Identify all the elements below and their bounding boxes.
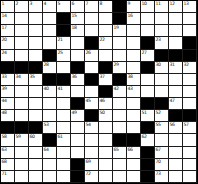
cell-r9c2[interactable] xyxy=(15,98,29,110)
clue-number: 11 xyxy=(156,1,161,6)
clue-number: 22 xyxy=(100,37,105,42)
clue-number: 27 xyxy=(142,50,147,55)
cell-r7c11[interactable] xyxy=(141,74,155,86)
cell-r1c11[interactable]: 10 xyxy=(141,1,155,13)
clue-number: 53 xyxy=(44,122,49,127)
cell-r8c3[interactable] xyxy=(29,86,43,98)
cell-r14c13[interactable] xyxy=(169,159,183,171)
cell-r13c10[interactable]: 66 xyxy=(127,147,141,159)
cell-r13c14[interactable] xyxy=(183,147,197,159)
cell-r10c1[interactable]: 48 xyxy=(1,110,15,122)
cell-r14c5[interactable] xyxy=(57,159,71,171)
black-cell-r2c5 xyxy=(57,13,71,25)
clue-number: 62 xyxy=(142,134,147,139)
black-cell-r9c11 xyxy=(141,98,155,110)
cell-r13c8[interactable] xyxy=(99,147,113,159)
black-cell-r10c13 xyxy=(169,110,183,122)
clue-number: 3 xyxy=(30,1,33,6)
cell-r13c5[interactable] xyxy=(57,147,71,159)
cell-r2c11[interactable] xyxy=(141,13,155,25)
clue-number: 20 xyxy=(2,37,7,42)
black-cell-r1c9 xyxy=(113,1,127,13)
cell-r3c9[interactable]: 19 xyxy=(113,25,127,37)
cell-r15c8[interactable] xyxy=(99,171,113,183)
cell-r6c5[interactable] xyxy=(57,62,71,74)
clue-number: 61 xyxy=(58,134,63,139)
black-cell-r2c9 xyxy=(113,13,127,25)
cell-r15c9[interactable] xyxy=(113,171,127,183)
black-cell-r11c1 xyxy=(1,122,15,134)
cell-r9c4[interactable] xyxy=(43,98,57,110)
clue-number: 6 xyxy=(72,1,75,6)
cell-r4c1[interactable]: 20 xyxy=(1,37,15,49)
cell-r9c8[interactable]: 46 xyxy=(99,98,113,110)
cell-r8c1[interactable]: 39 xyxy=(1,86,15,98)
cell-r2c6[interactable]: 15 xyxy=(71,13,85,25)
cell-r15c3[interactable] xyxy=(29,171,43,183)
clue-number: 8 xyxy=(100,1,103,6)
cell-r9c7[interactable]: 45 xyxy=(85,98,99,110)
cell-r2c14[interactable] xyxy=(183,13,197,25)
cell-r13c6[interactable] xyxy=(71,147,85,159)
cell-r5c2[interactable] xyxy=(15,50,29,62)
clue-number: 25 xyxy=(58,50,63,55)
cell-r14c4[interactable] xyxy=(43,159,57,171)
clue-number: 26 xyxy=(86,50,91,55)
cell-r2c4[interactable] xyxy=(43,13,57,25)
cell-r4c5[interactable]: 21 xyxy=(57,37,71,49)
clue-number: 28 xyxy=(44,62,49,67)
clue-number: 71 xyxy=(2,171,7,176)
cell-r12c13[interactable] xyxy=(169,134,183,146)
clue-number: 24 xyxy=(2,50,7,55)
cell-r12c1[interactable]: 58 xyxy=(1,134,15,146)
cell-r3c11[interactable] xyxy=(141,25,155,37)
cell-r4c2[interactable] xyxy=(15,37,29,49)
clue-number: 18 xyxy=(72,25,77,30)
cell-r12c6[interactable] xyxy=(71,134,85,146)
cell-r8c12[interactable] xyxy=(155,86,169,98)
cell-r3c14[interactable] xyxy=(183,25,197,37)
black-cell-r12c10 xyxy=(127,134,141,146)
cell-r8c9[interactable]: 42 xyxy=(113,86,127,98)
clue-number: 17 xyxy=(2,25,7,30)
black-cell-r6c8 xyxy=(99,62,113,74)
cell-r12c14[interactable] xyxy=(183,134,197,146)
cell-r3c4[interactable] xyxy=(43,25,57,37)
cell-r3c1[interactable]: 17 xyxy=(1,25,15,37)
cell-r9c1[interactable]: 44 xyxy=(1,98,15,110)
cell-r15c2[interactable] xyxy=(15,171,29,183)
cell-r4c12[interactable]: 23 xyxy=(155,37,169,49)
cell-r3c10[interactable] xyxy=(127,25,141,37)
black-cell-r6c1 xyxy=(1,62,15,74)
cell-r2c1[interactable]: 14 xyxy=(1,13,15,25)
clue-number: 59 xyxy=(16,134,21,139)
black-cell-r7c7 xyxy=(85,74,99,86)
cell-r10c5[interactable] xyxy=(57,110,71,122)
cell-r7c2[interactable]: 34 xyxy=(15,74,29,86)
cell-r14c2[interactable] xyxy=(15,159,29,171)
clue-number: 73 xyxy=(156,171,161,176)
black-cell-r8c8 xyxy=(99,86,113,98)
cell-r7c3[interactable]: 35 xyxy=(29,74,43,86)
cell-r9c13[interactable]: 47 xyxy=(169,98,183,110)
clue-number: 50 xyxy=(100,110,105,115)
cell-r3c7[interactable] xyxy=(85,25,99,37)
clue-number: 52 xyxy=(156,110,161,115)
cell-r1c12[interactable]: 11 xyxy=(155,1,169,13)
clue-number: 15 xyxy=(72,13,77,18)
clue-number: 66 xyxy=(128,147,133,152)
cell-r7c1[interactable]: 33 xyxy=(1,74,15,86)
cell-r1c1[interactable]: 1 xyxy=(1,1,15,13)
cell-r15c1[interactable]: 71 xyxy=(1,171,15,183)
cell-r13c12[interactable]: 67 xyxy=(155,147,169,159)
black-cell-r12c4 xyxy=(43,134,57,146)
clue-number: 46 xyxy=(100,98,105,103)
cell-r4c3[interactable] xyxy=(29,37,43,49)
black-cell-r4c14 xyxy=(183,37,197,49)
cell-r2c7[interactable] xyxy=(85,13,99,25)
clue-number: 4 xyxy=(44,1,47,6)
cell-r4c4[interactable] xyxy=(43,37,57,49)
cell-r6c7[interactable] xyxy=(85,62,99,74)
cell-r7c10[interactable]: 38 xyxy=(127,74,141,86)
crossword-board: 1234567891011121314151617181920212223242… xyxy=(0,0,198,184)
clue-number: 7 xyxy=(86,1,89,6)
cell-r10c9[interactable] xyxy=(113,110,127,122)
black-cell-r4c11 xyxy=(141,37,155,49)
clue-number: 29 xyxy=(114,62,119,67)
cell-r15c10[interactable] xyxy=(127,171,141,183)
black-cell-r11c2 xyxy=(15,122,29,134)
cell-r4c9[interactable] xyxy=(113,37,127,49)
clue-number: 44 xyxy=(2,98,7,103)
cell-r1c4[interactable]: 4 xyxy=(43,1,57,13)
cell-r3c13[interactable] xyxy=(169,25,183,37)
clue-number: 42 xyxy=(114,86,119,91)
cell-r9c10[interactable] xyxy=(127,98,141,110)
cell-r6c14[interactable]: 32 xyxy=(183,62,197,74)
clue-number: 54 xyxy=(86,122,91,127)
clue-number: 19 xyxy=(114,25,119,30)
black-cell-r7c5 xyxy=(57,74,71,86)
cell-r10c6[interactable]: 49 xyxy=(71,110,85,122)
clue-number: 55 xyxy=(156,122,161,127)
clue-number: 10 xyxy=(142,1,147,6)
cell-r9c5[interactable] xyxy=(57,98,71,110)
cell-r10c4[interactable] xyxy=(43,110,57,122)
cell-r13c7[interactable] xyxy=(85,147,99,159)
clue-number: 2 xyxy=(16,1,19,6)
clue-number: 70 xyxy=(156,159,161,164)
cell-r8c5[interactable]: 41 xyxy=(57,86,71,98)
clue-number: 36 xyxy=(72,74,77,79)
cell-r7c8[interactable]: 37 xyxy=(99,74,113,86)
clue-number: 33 xyxy=(2,74,7,79)
black-cell-r5c14 xyxy=(183,50,197,62)
cell-r5c6[interactable] xyxy=(71,50,85,62)
cell-r15c13[interactable] xyxy=(169,171,183,183)
cell-r11c7[interactable]: 54 xyxy=(85,122,99,134)
cell-r8c10[interactable]: 43 xyxy=(127,86,141,98)
cell-r15c5[interactable] xyxy=(57,171,71,183)
clue-number: 43 xyxy=(128,86,133,91)
clue-number: 49 xyxy=(72,110,77,115)
clue-number: 65 xyxy=(114,147,119,152)
clue-number: 16 xyxy=(128,13,133,18)
cell-r3c3[interactable] xyxy=(29,25,43,37)
cell-r15c14[interactable] xyxy=(183,171,197,183)
cell-r9c9[interactable] xyxy=(113,98,127,110)
cell-r14c10[interactable] xyxy=(127,159,141,171)
cell-r3c8[interactable] xyxy=(99,25,113,37)
cell-r1c3[interactable]: 3 xyxy=(29,1,43,13)
clue-number: 30 xyxy=(156,62,161,67)
cell-r5c11[interactable]: 27 xyxy=(141,50,155,62)
cell-r4c10[interactable] xyxy=(127,37,141,49)
cell-r2c8[interactable] xyxy=(99,13,113,25)
clue-number: 34 xyxy=(16,74,21,79)
cell-r14c9[interactable] xyxy=(113,159,127,171)
cell-r13c4[interactable]: 64 xyxy=(43,147,57,159)
black-cell-r15c6 xyxy=(71,171,85,183)
cell-r5c8[interactable] xyxy=(99,50,113,62)
cell-r3c12[interactable] xyxy=(155,25,169,37)
clue-number: 31 xyxy=(170,62,175,67)
clue-number: 63 xyxy=(2,147,7,152)
clue-number: 9 xyxy=(128,1,131,6)
cell-r11c5[interactable] xyxy=(57,122,71,134)
clue-number: 41 xyxy=(58,86,63,91)
black-cell-r10c14 xyxy=(183,110,197,122)
cell-r4c6[interactable] xyxy=(71,37,85,49)
cell-r3c2[interactable] xyxy=(15,25,29,37)
cell-r10c11[interactable]: 51 xyxy=(141,110,155,122)
cell-r8c2[interactable] xyxy=(15,86,29,98)
cell-r11c6[interactable] xyxy=(71,122,85,134)
cell-r13c1[interactable]: 63 xyxy=(1,147,15,159)
cell-r2c10[interactable]: 16 xyxy=(127,13,141,25)
black-cell-r4c7 xyxy=(85,37,99,49)
cell-r2c13[interactable] xyxy=(169,13,183,25)
cell-r12c12[interactable] xyxy=(155,134,169,146)
cell-r13c13[interactable] xyxy=(169,147,183,159)
cell-r12c11[interactable]: 62 xyxy=(141,134,155,146)
black-cell-r13c11 xyxy=(141,147,155,159)
cell-r5c5[interactable]: 25 xyxy=(57,50,71,62)
clue-number: 39 xyxy=(2,86,7,91)
clue-number: 5 xyxy=(58,1,61,6)
cell-r12c7[interactable] xyxy=(85,134,99,146)
cell-r10c3[interactable] xyxy=(29,110,43,122)
clue-number: 60 xyxy=(30,134,35,139)
cell-r8c7[interactable] xyxy=(85,86,99,98)
black-cell-r11c3 xyxy=(29,122,43,134)
clue-number: 51 xyxy=(142,110,147,115)
cell-r11c14[interactable]: 57 xyxy=(183,122,197,134)
clue-number: 57 xyxy=(184,122,189,127)
cell-r5c10[interactable] xyxy=(127,50,141,62)
cell-r6c12[interactable]: 30 xyxy=(155,62,169,74)
black-cell-r5c13 xyxy=(169,50,183,62)
cell-r14c14[interactable] xyxy=(183,159,197,171)
cell-r15c7[interactable]: 72 xyxy=(85,171,99,183)
clue-number: 21 xyxy=(58,37,63,42)
cell-r15c4[interactable] xyxy=(43,171,57,183)
clue-number: 56 xyxy=(170,122,175,127)
cell-r4c8[interactable]: 22 xyxy=(99,37,113,49)
cell-r1c6[interactable]: 6 xyxy=(71,1,85,13)
black-cell-r11c11 xyxy=(141,122,155,134)
clue-number: 37 xyxy=(100,74,105,79)
cell-r13c9[interactable]: 65 xyxy=(113,147,127,159)
clue-number: 12 xyxy=(170,1,175,6)
cell-r8c11[interactable] xyxy=(141,86,155,98)
cell-r7c14[interactable] xyxy=(183,74,197,86)
cell-r12c3[interactable]: 60 xyxy=(29,134,43,146)
cell-r3c6[interactable]: 18 xyxy=(71,25,85,37)
cell-r6c4[interactable]: 28 xyxy=(43,62,57,74)
cell-r5c3[interactable] xyxy=(29,50,43,62)
black-cell-r6c2 xyxy=(15,62,29,74)
cell-r8c13[interactable] xyxy=(169,86,183,98)
clue-number: 58 xyxy=(2,134,7,139)
cell-r1c2[interactable]: 2 xyxy=(15,1,29,13)
cell-r14c3[interactable] xyxy=(29,159,43,171)
black-cell-r12c9 xyxy=(113,134,127,146)
cell-r1c14[interactable]: 13 xyxy=(183,1,197,13)
cell-r7c13[interactable] xyxy=(169,74,183,86)
clue-number: 13 xyxy=(184,1,189,6)
black-cell-r15c11 xyxy=(141,171,155,183)
cell-r1c13[interactable]: 12 xyxy=(169,1,183,13)
cell-r12c8[interactable] xyxy=(99,134,113,146)
cell-r10c12[interactable]: 52 xyxy=(155,110,169,122)
cell-r12c2[interactable]: 59 xyxy=(15,134,29,146)
clue-number: 23 xyxy=(156,37,161,42)
clue-number: 1 xyxy=(2,1,5,6)
cell-r14c8[interactable] xyxy=(99,159,113,171)
cell-r15c12[interactable]: 73 xyxy=(155,171,169,183)
black-cell-r14c11 xyxy=(141,159,155,171)
clue-number: 48 xyxy=(2,110,7,115)
black-cell-r6c6 xyxy=(71,62,85,74)
cell-r10c2[interactable] xyxy=(15,110,29,122)
black-cell-r6c11 xyxy=(141,62,155,74)
cell-r14c12[interactable]: 70 xyxy=(155,159,169,171)
clue-number: 69 xyxy=(86,159,91,164)
cell-r9c14[interactable] xyxy=(183,98,197,110)
cell-r11c8[interactable] xyxy=(99,122,113,134)
cell-r8c4[interactable]: 40 xyxy=(43,86,57,98)
cell-r6c9[interactable]: 29 xyxy=(113,62,127,74)
clue-number: 64 xyxy=(44,147,49,152)
cell-r6c13[interactable]: 31 xyxy=(169,62,183,74)
black-cell-r5c4 xyxy=(43,50,57,62)
clue-number: 35 xyxy=(30,74,35,79)
black-cell-r9c6 xyxy=(71,98,85,110)
cell-r1c5[interactable]: 5 xyxy=(57,1,71,13)
cell-r12c5[interactable]: 61 xyxy=(57,134,71,146)
black-cell-r10c7 xyxy=(85,110,99,122)
cell-r11c10[interactable] xyxy=(127,122,141,134)
cell-r1c10[interactable]: 9 xyxy=(127,1,141,13)
cell-r5c7[interactable]: 26 xyxy=(85,50,99,62)
black-cell-r6c3 xyxy=(29,62,43,74)
black-cell-r14c6 xyxy=(71,159,85,171)
black-cell-r7c4 xyxy=(43,74,57,86)
black-cell-r9c12 xyxy=(155,98,169,110)
clue-number: 45 xyxy=(86,98,91,103)
cell-r8c14[interactable] xyxy=(183,86,197,98)
cell-r2c2[interactable] xyxy=(15,13,29,25)
clue-number: 38 xyxy=(128,74,133,79)
cell-r11c12[interactable]: 55 xyxy=(155,122,169,134)
cell-r14c7[interactable]: 69 xyxy=(85,159,99,171)
cell-r10c10[interactable] xyxy=(127,110,141,122)
clue-number: 72 xyxy=(86,171,91,176)
cell-r10c8[interactable]: 50 xyxy=(99,110,113,122)
cell-r7c12[interactable] xyxy=(155,74,169,86)
clue-number: 47 xyxy=(170,98,175,103)
cell-r8c6[interactable] xyxy=(71,86,85,98)
cell-r11c13[interactable]: 56 xyxy=(169,122,183,134)
cell-r11c4[interactable]: 53 xyxy=(43,122,57,134)
cell-r14c1[interactable]: 68 xyxy=(1,159,15,171)
clue-number: 67 xyxy=(156,147,161,152)
cell-r1c7[interactable]: 7 xyxy=(85,1,99,13)
cell-r5c9[interactable] xyxy=(113,50,127,62)
cell-r11c9[interactable] xyxy=(113,122,127,134)
clue-number: 68 xyxy=(2,159,7,164)
cell-r7c6[interactable]: 36 xyxy=(71,74,85,86)
cell-r1c8[interactable]: 8 xyxy=(99,1,113,13)
cell-r9c3[interactable] xyxy=(29,98,43,110)
cell-r13c3[interactable] xyxy=(29,147,43,159)
clue-number: 14 xyxy=(2,13,7,18)
black-cell-r3c5 xyxy=(57,25,71,37)
clue-number: 32 xyxy=(184,62,189,67)
cell-r5c1[interactable]: 24 xyxy=(1,50,15,62)
black-cell-r7c9 xyxy=(113,74,127,86)
cell-r13c2[interactable] xyxy=(15,147,29,159)
black-cell-r5c12 xyxy=(155,50,169,62)
cell-r4c13[interactable] xyxy=(169,37,183,49)
clue-number: 40 xyxy=(44,86,49,91)
cell-r2c3[interactable] xyxy=(29,13,43,25)
cell-r2c12[interactable] xyxy=(155,13,169,25)
cell-r6c10[interactable] xyxy=(127,62,141,74)
